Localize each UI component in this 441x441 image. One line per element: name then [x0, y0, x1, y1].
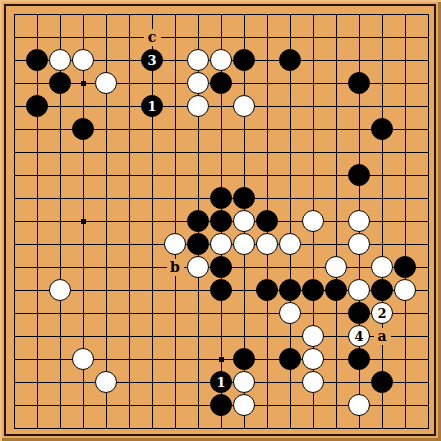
white-stone — [72, 348, 94, 370]
white-stone — [49, 279, 71, 301]
black-stone — [394, 256, 416, 278]
white-stone — [187, 95, 209, 117]
white-stone — [210, 49, 232, 71]
black-stone — [72, 118, 94, 140]
black-stone — [371, 279, 393, 301]
white-stone — [394, 279, 416, 301]
black-stone — [210, 279, 232, 301]
black-stone — [233, 348, 255, 370]
black-stone — [348, 164, 370, 186]
white-stone — [348, 279, 370, 301]
star-point — [219, 357, 224, 362]
black-stone — [325, 279, 347, 301]
black-stone — [26, 49, 48, 71]
black-stone — [371, 371, 393, 393]
white-stone — [279, 233, 301, 255]
black-stone — [210, 187, 232, 209]
black-stone — [348, 348, 370, 370]
white-stone — [233, 210, 255, 232]
black-stone — [279, 49, 301, 71]
point-label-a: a — [374, 328, 391, 345]
white-stone-move-4: 4 — [348, 325, 370, 347]
white-stone — [256, 233, 278, 255]
white-stone — [348, 210, 370, 232]
white-stone-move-2: 2 — [371, 302, 393, 324]
black-stone — [348, 302, 370, 324]
white-stone — [210, 233, 232, 255]
black-stone — [279, 348, 301, 370]
black-stone — [49, 72, 71, 94]
black-stone — [371, 118, 393, 140]
black-stone — [210, 394, 232, 416]
star-point — [81, 81, 86, 86]
white-stone — [302, 371, 324, 393]
white-stone — [302, 348, 324, 370]
white-stone — [233, 95, 255, 117]
white-stone — [348, 394, 370, 416]
white-stone — [95, 72, 117, 94]
black-stone-move-1: 1 — [141, 95, 163, 117]
black-stone — [187, 210, 209, 232]
black-stone — [187, 233, 209, 255]
white-stone — [49, 49, 71, 71]
white-stone — [233, 233, 255, 255]
black-stone — [210, 256, 232, 278]
black-stone — [210, 72, 232, 94]
black-stone-move-3: 3 — [141, 49, 163, 71]
black-stone — [348, 72, 370, 94]
black-stone — [26, 95, 48, 117]
black-stone — [233, 187, 255, 209]
black-stone — [210, 210, 232, 232]
white-stone — [72, 49, 94, 71]
black-stone — [256, 210, 278, 232]
black-stone-move-1: 1 — [210, 371, 232, 393]
white-stone — [348, 233, 370, 255]
white-stone — [233, 394, 255, 416]
point-label-b: b — [167, 259, 184, 276]
black-stone — [256, 279, 278, 301]
white-stone — [302, 210, 324, 232]
white-stone — [164, 233, 186, 255]
white-stone — [233, 371, 255, 393]
black-stone — [302, 279, 324, 301]
white-stone — [187, 72, 209, 94]
black-stone — [233, 49, 255, 71]
white-stone — [95, 371, 117, 393]
black-stone — [279, 279, 301, 301]
point-label-c: c — [144, 29, 161, 46]
white-stone — [187, 49, 209, 71]
white-stone — [325, 256, 347, 278]
white-stone — [279, 302, 301, 324]
go-board: 31241cba — [0, 0, 441, 441]
white-stone — [187, 256, 209, 278]
white-stone — [371, 256, 393, 278]
white-stone — [302, 325, 324, 347]
star-point — [81, 219, 86, 224]
